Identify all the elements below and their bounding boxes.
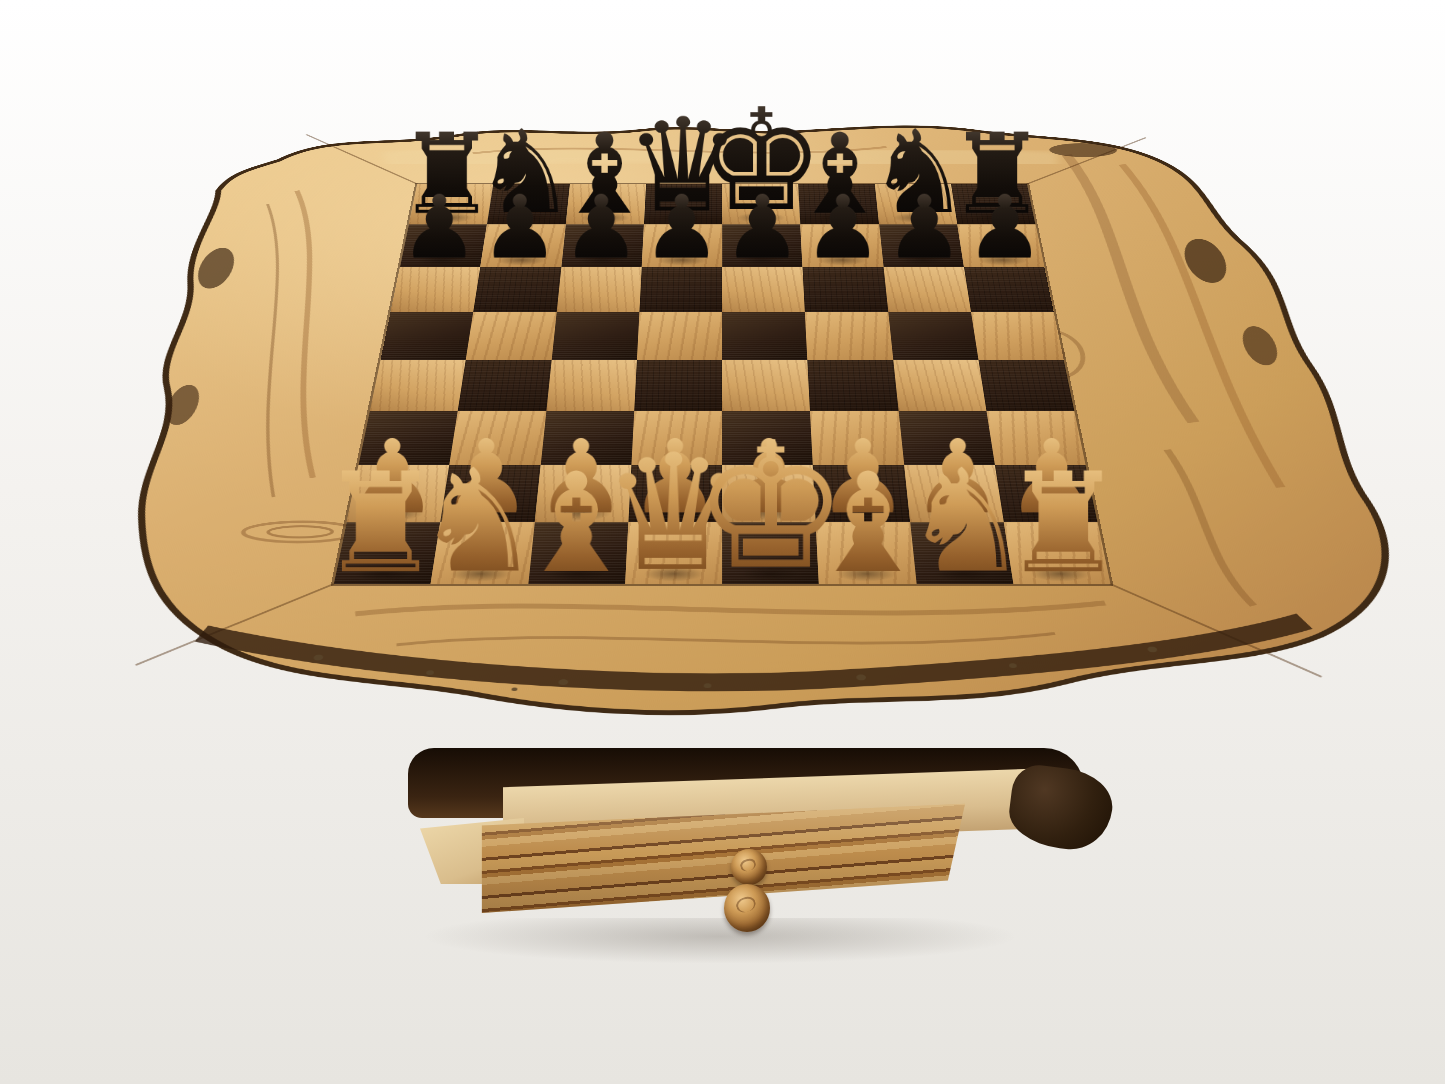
piece-shadow (580, 212, 631, 223)
square-e3[interactable] (722, 411, 813, 465)
square-c2[interactable]: ♟ (534, 465, 631, 523)
square-c3[interactable] (540, 411, 634, 465)
square-b3[interactable] (449, 411, 546, 465)
square-f3[interactable] (810, 411, 904, 465)
square-d4[interactable] (634, 360, 722, 411)
square-e2[interactable]: ♟ (722, 465, 816, 523)
square-b6[interactable] (473, 267, 561, 312)
square-e8[interactable]: ♚ (722, 184, 800, 224)
square-f7[interactable]: ♟ (800, 224, 883, 267)
olive-slab-graphic (0, 91, 1445, 760)
white-pawn[interactable]: ♟ (912, 426, 1003, 528)
white-pawn[interactable]: ♟ (535, 426, 626, 528)
piece-shadow (415, 254, 468, 265)
square-c1[interactable]: ♝ (528, 522, 628, 584)
black-pawn[interactable]: ♟ (562, 184, 640, 271)
white-pawn[interactable]: ♟ (1006, 426, 1097, 528)
square-d8[interactable]: ♛ (644, 184, 722, 224)
black-pawn[interactable]: ♟ (966, 184, 1044, 271)
square-c6[interactable] (556, 267, 641, 312)
square-e6[interactable] (722, 267, 805, 312)
piece-shadow (736, 212, 786, 223)
square-d6[interactable] (639, 267, 722, 312)
square-e4[interactable] (722, 360, 810, 411)
black-pawn[interactable]: ♟ (643, 184, 721, 271)
white-bishop[interactable]: ♝ (514, 454, 637, 592)
piece-shadow (814, 212, 865, 223)
square-d3[interactable] (631, 411, 722, 465)
bark-chunk (1006, 762, 1117, 854)
piece-shadow (739, 505, 799, 520)
square-c5[interactable] (551, 312, 639, 360)
square-g3[interactable] (898, 411, 994, 465)
drawer-knob-upper[interactable] (731, 849, 767, 885)
black-pawn[interactable]: ♟ (400, 184, 478, 271)
square-b4[interactable] (458, 360, 551, 411)
piece-shadow (458, 505, 520, 520)
square-a6[interactable] (390, 267, 480, 312)
square-c7[interactable]: ♟ (561, 224, 644, 267)
square-e7[interactable]: ♟ (722, 224, 803, 267)
board-plane: ♜♞♝♛♚♝♞♜♟♟♟♟♟♟♟♟♟♟♟♟♟♟♟♟♜♞♝♛♚♝♞♜ (0, 91, 1445, 760)
square-a8[interactable]: ♜ (409, 184, 494, 224)
square-f4[interactable] (807, 360, 898, 411)
white-bishop[interactable]: ♝ (807, 454, 930, 592)
square-h6[interactable] (964, 267, 1054, 312)
white-knight[interactable]: ♞ (902, 450, 1030, 592)
square-f6[interactable] (803, 267, 888, 312)
piece-shadow (925, 505, 987, 520)
piece-shadow (739, 566, 801, 582)
square-h1[interactable]: ♜ (1004, 522, 1111, 584)
square-b5[interactable] (466, 312, 556, 360)
piece-shadow (835, 566, 898, 582)
square-h5[interactable] (971, 312, 1064, 360)
black-bishop[interactable]: ♝ (554, 119, 653, 230)
square-d5[interactable] (637, 312, 722, 360)
square-c4[interactable] (546, 360, 637, 411)
black-rook[interactable]: ♜ (397, 119, 496, 230)
square-a5[interactable] (381, 312, 474, 360)
piece-shadow (892, 212, 943, 223)
square-b7[interactable]: ♟ (480, 224, 565, 267)
square-b2[interactable]: ♟ (440, 465, 540, 523)
piece-shadow (495, 254, 548, 265)
slab-silhouette (41, 128, 1443, 710)
square-a3[interactable] (359, 411, 458, 465)
white-queen[interactable]: ♛ (601, 433, 745, 594)
square-g7[interactable]: ♟ (879, 224, 964, 267)
square-b1[interactable]: ♞ (431, 522, 535, 584)
square-a1[interactable]: ♜ (334, 522, 441, 584)
piece-shadow (364, 505, 427, 520)
white-rook[interactable]: ♜ (319, 454, 442, 592)
square-g4[interactable] (893, 360, 986, 411)
square-a2[interactable]: ♟ (347, 465, 450, 523)
piece-shadow (449, 566, 513, 582)
square-e5[interactable] (722, 312, 807, 360)
square-g2[interactable]: ♟ (904, 465, 1004, 523)
black-rook[interactable]: ♜ (948, 119, 1047, 230)
black-pawn[interactable]: ♟ (723, 184, 801, 271)
square-h7[interactable]: ♟ (957, 224, 1044, 267)
piece-shadow (656, 254, 708, 265)
piece-shadow (658, 212, 708, 223)
black-bishop[interactable]: ♝ (790, 119, 889, 230)
square-h8[interactable]: ♜ (951, 184, 1036, 224)
white-pawn[interactable]: ♟ (441, 426, 532, 528)
white-knight[interactable]: ♞ (414, 450, 542, 592)
square-d2[interactable]: ♟ (628, 465, 722, 523)
white-rook[interactable]: ♜ (1002, 454, 1125, 592)
square-g8[interactable]: ♞ (875, 184, 958, 224)
piece-shadow (1028, 566, 1093, 582)
piece-shadow (832, 505, 893, 520)
piece-shadow (896, 254, 949, 265)
piece-shadow (546, 566, 609, 582)
square-a4[interactable] (370, 360, 466, 411)
square-g1[interactable]: ♞ (910, 522, 1013, 584)
piece-shadow (737, 254, 789, 265)
square-f2[interactable]: ♟ (813, 465, 910, 523)
black-knight[interactable]: ♞ (474, 115, 577, 230)
white-pawn[interactable]: ♟ (723, 426, 814, 528)
drawer-knob-lower[interactable] (724, 884, 770, 932)
black-pawn[interactable]: ♟ (885, 184, 963, 271)
square-g6[interactable] (883, 267, 971, 312)
square-h4[interactable] (978, 360, 1074, 411)
square-f8[interactable]: ♝ (798, 184, 878, 224)
piece-shadow (969, 212, 1021, 223)
black-king[interactable]: ♚ (698, 90, 824, 231)
white-pawn[interactable]: ♟ (347, 426, 438, 528)
piece-shadow (932, 566, 996, 582)
square-b8[interactable]: ♞ (487, 184, 570, 224)
piece-shadow (816, 254, 868, 265)
piece-shadow (423, 212, 475, 223)
white-king[interactable]: ♚ (693, 420, 849, 595)
white-pawn[interactable]: ♟ (629, 426, 720, 528)
piece-shadow (645, 505, 705, 520)
square-h3[interactable] (986, 411, 1085, 465)
white-pawn[interactable]: ♟ (818, 426, 909, 528)
piece-shadow (551, 505, 612, 520)
black-queen[interactable]: ♛ (625, 101, 741, 231)
black-knight[interactable]: ♞ (867, 115, 970, 230)
floor-shadow (420, 918, 1020, 964)
piece-shadow (976, 254, 1029, 265)
black-pawn[interactable]: ♟ (804, 184, 882, 271)
square-h2[interactable]: ♟ (995, 465, 1098, 523)
square-c8[interactable]: ♝ (565, 184, 645, 224)
square-d1[interactable]: ♛ (625, 522, 722, 584)
piece-shadow (501, 212, 552, 223)
piece-shadow (643, 566, 705, 582)
square-d7[interactable]: ♟ (642, 224, 723, 267)
piece-shadow (1018, 505, 1081, 520)
piece-shadow (352, 566, 417, 582)
square-g5[interactable] (888, 312, 978, 360)
square-e1[interactable]: ♚ (722, 522, 819, 584)
square-a7[interactable]: ♟ (400, 224, 487, 267)
piece-shadow (576, 254, 628, 265)
square-f5[interactable] (805, 312, 893, 360)
square-f1[interactable]: ♝ (816, 522, 916, 584)
chessboard[interactable]: ♜♞♝♛♚♝♞♜♟♟♟♟♟♟♟♟♟♟♟♟♟♟♟♟♜♞♝♛♚♝♞♜ (334, 184, 1111, 584)
black-pawn[interactable]: ♟ (481, 184, 559, 271)
